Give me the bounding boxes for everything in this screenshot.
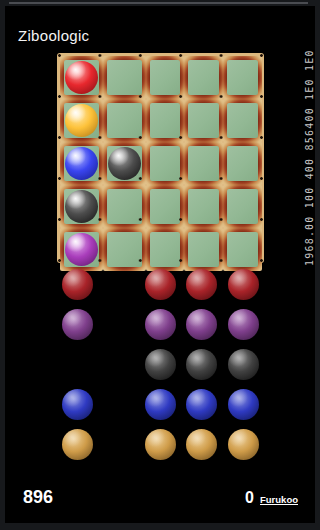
tray-ball-gold[interactable]: [145, 429, 176, 460]
secondary-score-value: 0: [245, 489, 254, 507]
tray-slot-r3c2: [98, 344, 139, 384]
tray-ball-red[interactable]: [186, 269, 217, 300]
tray-ball-gold[interactable]: [228, 429, 259, 460]
tray-slot-r5c3: [140, 424, 181, 464]
cell-surface: [188, 146, 219, 181]
board-cell-r1c3[interactable]: [146, 56, 185, 99]
board-ball-black[interactable]: [65, 190, 98, 223]
tray-ball-purple[interactable]: [186, 309, 217, 340]
tray-ball-black[interactable]: [186, 349, 217, 380]
cell-surface: [188, 60, 219, 95]
score-value: 896: [23, 487, 53, 508]
board-cell-r2c2[interactable]: [103, 99, 146, 142]
cell-surface: [227, 189, 258, 224]
board-cell-r2c4[interactable]: [184, 99, 223, 142]
tray-ball-red[interactable]: [228, 269, 259, 300]
cell-surface: [150, 60, 181, 95]
tray-ball-red[interactable]: [145, 269, 176, 300]
board-cell-r4c2[interactable]: [103, 185, 146, 228]
cell-surface: [107, 189, 142, 224]
tray-slot-r4c5: [223, 384, 264, 424]
tray-slot-r1c1: [57, 264, 98, 304]
cell-surface: [227, 232, 258, 267]
tray-slot-r3c4: [181, 344, 222, 384]
tray-slot-r1c5: [223, 264, 264, 304]
tray-ball-blue[interactable]: [186, 389, 217, 420]
tray-ball-purple[interactable]: [62, 309, 93, 340]
board-cell-r4c4[interactable]: [184, 185, 223, 228]
cell-surface: [188, 232, 219, 267]
app-window: Ziboologic 1968.00 100 400 856400 1E0 1E…: [0, 0, 320, 530]
cell-surface: [150, 232, 181, 267]
tray-slot-r2c1: [57, 304, 98, 344]
tray-slot-r3c5: [223, 344, 264, 384]
board-ball-blue[interactable]: [65, 147, 98, 180]
board-cell-r1c5[interactable]: [223, 56, 262, 99]
tray-ball-blue[interactable]: [145, 389, 176, 420]
furukoo-link[interactable]: Furukoo: [260, 494, 298, 505]
tray-ball-red[interactable]: [62, 269, 93, 300]
tray-slot-r4c2: [98, 384, 139, 424]
board-cell-r1c2[interactable]: [103, 56, 146, 99]
board-cell-r4c1[interactable]: [60, 185, 103, 228]
cell-surface: [150, 103, 181, 138]
page-title: Ziboologic: [18, 27, 89, 44]
tray-slot-r5c4: [181, 424, 222, 464]
cell-surface: [227, 60, 258, 95]
tray-slot-r4c1: [57, 384, 98, 424]
tray-ball-black[interactable]: [145, 349, 176, 380]
emulator-top-highlight: [9, 2, 308, 4]
cell-surface: [107, 103, 142, 138]
tray-slot-r1c3: [140, 264, 181, 304]
board-cell-r2c1[interactable]: [60, 99, 103, 142]
board-ball-yellow[interactable]: [65, 104, 98, 137]
tray-slot-r2c3: [140, 304, 181, 344]
board-ball-red[interactable]: [65, 61, 98, 94]
tray-ball-gold[interactable]: [62, 429, 93, 460]
board-cell-r3c2[interactable]: [103, 142, 146, 185]
tray-slot-r3c3: [140, 344, 181, 384]
board-cell-r3c4[interactable]: [184, 142, 223, 185]
cell-surface: [107, 232, 142, 267]
board-cell-r1c4[interactable]: [184, 56, 223, 99]
tray-ball-purple[interactable]: [145, 309, 176, 340]
tray-slot-r3c1: [57, 344, 98, 384]
cell-surface: [150, 189, 181, 224]
tray-ball-blue[interactable]: [62, 389, 93, 420]
board-ball-black[interactable]: [108, 147, 141, 180]
tray-ball-blue[interactable]: [228, 389, 259, 420]
ball-tray: [57, 264, 264, 464]
frame-rate-counters: 1968.00 100 400 856400 1E0 1E0: [304, 14, 315, 266]
tray-slot-r1c2: [98, 264, 139, 304]
cell-surface: [107, 60, 142, 95]
board-cell-r3c3[interactable]: [146, 142, 185, 185]
board-cell-r3c1[interactable]: [60, 142, 103, 185]
tray-ball-purple[interactable]: [228, 309, 259, 340]
tray-slot-r5c5: [223, 424, 264, 464]
cell-surface: [227, 103, 258, 138]
puzzle-board: [57, 53, 264, 263]
tray-slot-r5c1: [57, 424, 98, 464]
board-cell-r2c3[interactable]: [146, 99, 185, 142]
tray-slot-r2c4: [181, 304, 222, 344]
board-cell-r3c5[interactable]: [223, 142, 262, 185]
cell-surface: [188, 189, 219, 224]
tray-slot-r4c4: [181, 384, 222, 424]
tray-ball-black[interactable]: [228, 349, 259, 380]
board-cell-r2c5[interactable]: [223, 99, 262, 142]
board-cell-r1c1[interactable]: [60, 56, 103, 99]
tray-slot-r2c2: [98, 304, 139, 344]
board-cell-r4c5[interactable]: [223, 185, 262, 228]
tray-slot-r4c3: [140, 384, 181, 424]
tray-slot-r1c4: [181, 264, 222, 304]
tray-slot-r5c2: [98, 424, 139, 464]
cell-surface: [150, 146, 181, 181]
cell-surface: [188, 103, 219, 138]
tray-slot-r2c5: [223, 304, 264, 344]
board-ball-purple[interactable]: [65, 233, 98, 266]
board-cell-r4c3[interactable]: [146, 185, 185, 228]
cell-surface: [227, 146, 258, 181]
tray-ball-gold[interactable]: [186, 429, 217, 460]
